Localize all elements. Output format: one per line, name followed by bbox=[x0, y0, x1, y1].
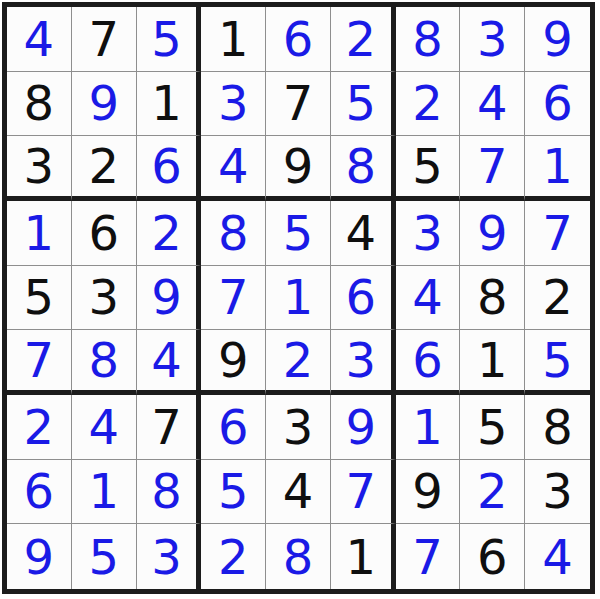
cell-r1c5[interactable]: 6 bbox=[266, 7, 331, 72]
cell-r2c1[interactable]: 8 bbox=[7, 72, 72, 137]
cell-r9c9[interactable]: 4 bbox=[525, 524, 590, 589]
cell-r1c3[interactable]: 5 bbox=[137, 7, 202, 72]
cell-r4c9[interactable]: 7 bbox=[525, 201, 590, 266]
cell-r6c8[interactable]: 1 bbox=[460, 330, 525, 395]
cell-r8c2[interactable]: 1 bbox=[72, 460, 137, 525]
cell-r5c5[interactable]: 1 bbox=[266, 266, 331, 331]
cell-r8c1[interactable]: 6 bbox=[7, 460, 72, 525]
cell-r7c3[interactable]: 7 bbox=[137, 395, 202, 460]
cell-r1c8[interactable]: 3 bbox=[460, 7, 525, 72]
cell-r3c4[interactable]: 4 bbox=[201, 136, 266, 201]
cell-r7c9[interactable]: 8 bbox=[525, 395, 590, 460]
cell-r6c7[interactable]: 6 bbox=[396, 330, 461, 395]
cell-r1c1[interactable]: 4 bbox=[7, 7, 72, 72]
cell-r1c6[interactable]: 2 bbox=[331, 7, 396, 72]
cell-r9c5[interactable]: 8 bbox=[266, 524, 331, 589]
cell-r6c9[interactable]: 5 bbox=[525, 330, 590, 395]
cell-r9c6[interactable]: 1 bbox=[331, 524, 396, 589]
cell-r7c8[interactable]: 5 bbox=[460, 395, 525, 460]
cell-r3c3[interactable]: 6 bbox=[137, 136, 202, 201]
cell-r1c9[interactable]: 9 bbox=[525, 7, 590, 72]
cell-r8c8[interactable]: 2 bbox=[460, 460, 525, 525]
cell-r2c5[interactable]: 7 bbox=[266, 72, 331, 137]
cell-r9c4[interactable]: 2 bbox=[201, 524, 266, 589]
cell-r1c2[interactable]: 7 bbox=[72, 7, 137, 72]
cell-r6c1[interactable]: 7 bbox=[7, 330, 72, 395]
cell-r2c4[interactable]: 3 bbox=[201, 72, 266, 137]
cell-r5c8[interactable]: 8 bbox=[460, 266, 525, 331]
cell-r7c4[interactable]: 6 bbox=[201, 395, 266, 460]
cell-r4c3[interactable]: 2 bbox=[137, 201, 202, 266]
cell-r9c2[interactable]: 5 bbox=[72, 524, 137, 589]
cell-r8c3[interactable]: 8 bbox=[137, 460, 202, 525]
cell-r6c3[interactable]: 4 bbox=[137, 330, 202, 395]
cell-r7c2[interactable]: 4 bbox=[72, 395, 137, 460]
cell-r5c9[interactable]: 2 bbox=[525, 266, 590, 331]
cell-r4c6[interactable]: 4 bbox=[331, 201, 396, 266]
cell-r7c6[interactable]: 9 bbox=[331, 395, 396, 460]
cell-r4c4[interactable]: 8 bbox=[201, 201, 266, 266]
cell-r2c2[interactable]: 9 bbox=[72, 72, 137, 137]
cell-r6c4[interactable]: 9 bbox=[201, 330, 266, 395]
cell-r7c5[interactable]: 3 bbox=[266, 395, 331, 460]
cell-r8c7[interactable]: 9 bbox=[396, 460, 461, 525]
cell-r9c1[interactable]: 9 bbox=[7, 524, 72, 589]
cell-r2c7[interactable]: 2 bbox=[396, 72, 461, 137]
cell-r6c5[interactable]: 2 bbox=[266, 330, 331, 395]
cell-r4c8[interactable]: 9 bbox=[460, 201, 525, 266]
cell-r5c4[interactable]: 7 bbox=[201, 266, 266, 331]
cell-r5c7[interactable]: 4 bbox=[396, 266, 461, 331]
cell-r2c6[interactable]: 5 bbox=[331, 72, 396, 137]
cell-r8c9[interactable]: 3 bbox=[525, 460, 590, 525]
cell-r4c2[interactable]: 6 bbox=[72, 201, 137, 266]
sudoku-page: 4751628398913752463264985711628543975397… bbox=[0, 0, 600, 599]
cell-r5c1[interactable]: 5 bbox=[7, 266, 72, 331]
cell-r4c5[interactable]: 5 bbox=[266, 201, 331, 266]
cell-r9c7[interactable]: 7 bbox=[396, 524, 461, 589]
cell-r5c6[interactable]: 6 bbox=[331, 266, 396, 331]
cell-r8c6[interactable]: 7 bbox=[331, 460, 396, 525]
cell-r3c5[interactable]: 9 bbox=[266, 136, 331, 201]
cell-r2c8[interactable]: 4 bbox=[460, 72, 525, 137]
cell-r2c3[interactable]: 1 bbox=[137, 72, 202, 137]
cell-r1c4[interactable]: 1 bbox=[201, 7, 266, 72]
cell-r8c5[interactable]: 4 bbox=[266, 460, 331, 525]
cell-r6c6[interactable]: 3 bbox=[331, 330, 396, 395]
cell-r9c3[interactable]: 3 bbox=[137, 524, 202, 589]
cell-r3c6[interactable]: 8 bbox=[331, 136, 396, 201]
cell-r6c2[interactable]: 8 bbox=[72, 330, 137, 395]
cell-r1c7[interactable]: 8 bbox=[396, 7, 461, 72]
cell-r3c2[interactable]: 2 bbox=[72, 136, 137, 201]
cell-r7c1[interactable]: 2 bbox=[7, 395, 72, 460]
cell-r3c7[interactable]: 5 bbox=[396, 136, 461, 201]
sudoku-board: 4751628398913752463264985711628543975397… bbox=[2, 2, 595, 594]
cell-r8c4[interactable]: 5 bbox=[201, 460, 266, 525]
cell-r2c9[interactable]: 6 bbox=[525, 72, 590, 137]
cell-r4c1[interactable]: 1 bbox=[7, 201, 72, 266]
cell-r7c7[interactable]: 1 bbox=[396, 395, 461, 460]
cell-r5c2[interactable]: 3 bbox=[72, 266, 137, 331]
cell-r3c8[interactable]: 7 bbox=[460, 136, 525, 201]
cell-r4c7[interactable]: 3 bbox=[396, 201, 461, 266]
cell-r5c3[interactable]: 9 bbox=[137, 266, 202, 331]
cell-r3c1[interactable]: 3 bbox=[7, 136, 72, 201]
cell-r9c8[interactable]: 6 bbox=[460, 524, 525, 589]
cell-r3c9[interactable]: 1 bbox=[525, 136, 590, 201]
